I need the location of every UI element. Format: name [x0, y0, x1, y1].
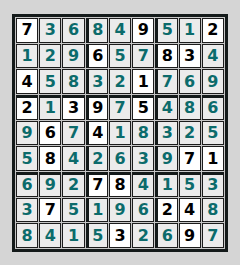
sudoku-cell-r9c3[interactable]: 1 — [62, 223, 84, 248]
sudoku-cell-r6c1[interactable]: 5 — [16, 146, 38, 171]
sudoku-cell-r2c5[interactable]: 5 — [109, 44, 131, 69]
sudoku-cell-r2c3[interactable]: 9 — [62, 44, 84, 69]
sudoku-cell-r5c4[interactable]: 4 — [86, 121, 108, 146]
sudoku-cell-r7c5[interactable]: 8 — [109, 172, 131, 197]
sudoku-cell-r8c7[interactable]: 2 — [155, 198, 177, 223]
sudoku-cell-r7c3[interactable]: 2 — [62, 172, 84, 197]
sudoku-cell-r9c2[interactable]: 4 — [39, 223, 61, 248]
sudoku-cell-r9c8[interactable]: 9 — [179, 223, 201, 248]
sudoku-cell-r1c6[interactable]: 9 — [132, 18, 154, 43]
sudoku-cell-r2c6[interactable]: 7 — [132, 44, 154, 69]
sudoku-cell-r5c8[interactable]: 2 — [179, 121, 201, 146]
sudoku-cell-r8c2[interactable]: 7 — [39, 198, 61, 223]
sudoku-cell-r8c5[interactable]: 9 — [109, 198, 131, 223]
sudoku-cell-r7c4[interactable]: 7 — [86, 172, 108, 197]
sudoku-cell-r4c6[interactable]: 5 — [132, 95, 154, 120]
sudoku-cell-r1c5[interactable]: 4 — [109, 18, 131, 43]
sudoku-cell-r4c9[interactable]: 6 — [202, 95, 224, 120]
sudoku-cell-r6c5[interactable]: 6 — [109, 146, 131, 171]
sudoku-cell-r3c1[interactable]: 4 — [16, 69, 38, 94]
sudoku-cell-r5c1[interactable]: 9 — [16, 121, 38, 146]
sudoku-cell-r2c2[interactable]: 2 — [39, 44, 61, 69]
sudoku-cell-r6c9[interactable]: 1 — [202, 146, 224, 171]
sudoku-cell-r7c6[interactable]: 4 — [132, 172, 154, 197]
sudoku-cell-r9c7[interactable]: 6 — [155, 223, 177, 248]
sudoku-cell-r5c5[interactable]: 1 — [109, 121, 131, 146]
sudoku-cell-r9c5[interactable]: 3 — [109, 223, 131, 248]
sudoku-cell-r5c7[interactable]: 3 — [155, 121, 177, 146]
sudoku-cell-r1c3[interactable]: 6 — [62, 18, 84, 43]
sudoku-cell-r8c3[interactable]: 5 — [62, 198, 84, 223]
sudoku-cell-r5c2[interactable]: 6 — [39, 121, 61, 146]
sudoku-cell-r4c3[interactable]: 3 — [62, 95, 84, 120]
sudoku-cell-r3c6[interactable]: 1 — [132, 69, 154, 94]
sudoku-cell-r6c6[interactable]: 3 — [132, 146, 154, 171]
sudoku-cell-r9c1[interactable]: 8 — [16, 223, 38, 248]
sudoku-cell-r8c1[interactable]: 3 — [16, 198, 38, 223]
sudoku-cell-r8c6[interactable]: 6 — [132, 198, 154, 223]
sudoku-cell-r9c9[interactable]: 7 — [202, 223, 224, 248]
sudoku-cell-r5c9[interactable]: 5 — [202, 121, 224, 146]
sudoku-cell-r8c8[interactable]: 4 — [179, 198, 201, 223]
sudoku-cell-r2c8[interactable]: 3 — [179, 44, 201, 69]
sudoku-cell-r4c5[interactable]: 7 — [109, 95, 131, 120]
sudoku-cell-r1c2[interactable]: 3 — [39, 18, 61, 43]
sudoku-cell-r8c4[interactable]: 1 — [86, 198, 108, 223]
sudoku-cell-r1c9[interactable]: 2 — [202, 18, 224, 43]
sudoku-cell-r1c8[interactable]: 1 — [179, 18, 201, 43]
sudoku-cell-r5c3[interactable]: 7 — [62, 121, 84, 146]
sudoku-cell-r4c8[interactable]: 8 — [179, 95, 201, 120]
sudoku-cell-r5c6[interactable]: 8 — [132, 121, 154, 146]
sudoku-cell-r2c4[interactable]: 6 — [86, 44, 108, 69]
sudoku-cell-r6c4[interactable]: 2 — [86, 146, 108, 171]
sudoku-cell-r9c6[interactable]: 2 — [132, 223, 154, 248]
sudoku-cell-r6c2[interactable]: 8 — [39, 146, 61, 171]
sudoku-cell-r7c1[interactable]: 6 — [16, 172, 38, 197]
sudoku-cell-r2c1[interactable]: 1 — [16, 44, 38, 69]
sudoku-cell-r4c1[interactable]: 2 — [16, 95, 38, 120]
sudoku-cell-r9c4[interactable]: 5 — [86, 223, 108, 248]
sudoku-cell-r3c3[interactable]: 8 — [62, 69, 84, 94]
sudoku-cell-r7c8[interactable]: 5 — [179, 172, 201, 197]
sudoku-cell-r4c4[interactable]: 9 — [86, 95, 108, 120]
sudoku-cell-r4c2[interactable]: 1 — [39, 95, 61, 120]
sudoku-cell-r7c2[interactable]: 9 — [39, 172, 61, 197]
sudoku-cell-r8c9[interactable]: 8 — [202, 198, 224, 223]
sudoku-cell-r1c7[interactable]: 5 — [155, 18, 177, 43]
sudoku-board: 7368495121296578344583217692139754869674… — [12, 14, 228, 252]
sudoku-cell-r3c2[interactable]: 5 — [39, 69, 61, 94]
sudoku-cell-r4c7[interactable]: 4 — [155, 95, 177, 120]
sudoku-cell-r1c1[interactable]: 7 — [16, 18, 38, 43]
sudoku-cell-r3c5[interactable]: 2 — [109, 69, 131, 94]
sudoku-cell-r6c8[interactable]: 7 — [179, 146, 201, 171]
sudoku-cell-r2c7[interactable]: 8 — [155, 44, 177, 69]
sudoku-cell-r3c9[interactable]: 9 — [202, 69, 224, 94]
sudoku-cell-r7c9[interactable]: 3 — [202, 172, 224, 197]
sudoku-cell-r3c4[interactable]: 3 — [86, 69, 108, 94]
sudoku-cell-r1c4[interactable]: 8 — [86, 18, 108, 43]
sudoku-cell-r6c3[interactable]: 4 — [62, 146, 84, 171]
sudoku-cell-r7c7[interactable]: 1 — [155, 172, 177, 197]
sudoku-cell-r3c7[interactable]: 7 — [155, 69, 177, 94]
sudoku-cell-r3c8[interactable]: 6 — [179, 69, 201, 94]
sudoku-cell-r6c7[interactable]: 9 — [155, 146, 177, 171]
sudoku-cell-r2c9[interactable]: 4 — [202, 44, 224, 69]
